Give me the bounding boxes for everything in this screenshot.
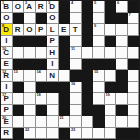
black-cell-r7c7 (70, 70, 82, 82)
black-cell-r6c9 (93, 59, 105, 71)
cell-r6c11[interactable] (116, 59, 128, 71)
black-cell-r6c8 (82, 59, 94, 71)
cell-r9c2[interactable] (13, 93, 25, 105)
cell-r7c5[interactable]: N (47, 70, 59, 82)
black-cell-r4c10 (105, 36, 117, 48)
cell-r10c3[interactable] (24, 105, 36, 117)
cell-r5c3[interactable] (24, 47, 36, 59)
cell-r11c6[interactable]: 21 (59, 116, 71, 128)
cell-r1c4[interactable]: R (36, 1, 48, 13)
cell-r12c9[interactable] (93, 128, 105, 140)
cell-r3c12[interactable] (128, 24, 140, 36)
selected-cell-r3c1[interactable]: 8D (1, 24, 13, 36)
letter: D (47, 1, 58, 12)
black-cell-r4c6 (59, 36, 71, 48)
cell-r9c10[interactable]: 19 (105, 93, 117, 105)
black-cell-r6c6 (59, 59, 71, 71)
cell-r10c5[interactable] (47, 105, 59, 117)
letter: I (1, 36, 12, 47)
cell-r11c5[interactable] (47, 116, 59, 128)
black-cell-r12c11 (116, 128, 128, 140)
black-cell-r10c8 (82, 105, 94, 117)
cell-r4c9[interactable] (93, 36, 105, 48)
cell-r4c11[interactable] (116, 36, 128, 48)
black-cell-r4c2 (13, 36, 25, 48)
cell-r7c2[interactable]: 13 (13, 70, 25, 82)
cell-r1c3[interactable]: 2A (24, 1, 36, 13)
cell-r12c4[interactable] (36, 128, 48, 140)
black-cell-r10c4 (36, 105, 48, 117)
cell-r5c7[interactable]: 11 (70, 47, 82, 59)
black-cell-r4c3 (24, 36, 36, 48)
cell-r1c9[interactable]: 5 (93, 1, 105, 13)
cell-r5c9[interactable] (93, 47, 105, 59)
cell-r3c9[interactable]: 9 (93, 24, 105, 36)
cell-r5c4[interactable] (36, 47, 48, 59)
black-cell-r11c9 (93, 116, 105, 128)
clue-number: 18 (37, 93, 41, 97)
cell-r1c2[interactable]: O (13, 1, 25, 13)
black-cell-r8c6 (59, 82, 71, 94)
black-cell-r1c10 (105, 1, 117, 13)
cell-r11c2[interactable] (13, 116, 25, 128)
letter: O (13, 1, 24, 12)
letter: D (1, 24, 12, 35)
black-cell-r6c4 (36, 59, 48, 71)
black-cell-r9c8 (82, 93, 94, 105)
cell-r11c10[interactable] (105, 116, 117, 128)
crossword-grid: 1BO2AR3D456OO78DROPLET9IP10CH11EI12R1314… (0, 0, 140, 140)
cell-r12c5[interactable] (47, 128, 59, 140)
letter: L (47, 24, 58, 35)
cell-r7c6[interactable] (59, 70, 71, 82)
cell-r7c1[interactable]: 12R (1, 70, 13, 82)
cell-r2c9[interactable] (93, 13, 105, 25)
black-cell-r6c10 (105, 59, 117, 71)
black-cell-r9c6 (59, 93, 71, 105)
cell-r9c11[interactable] (116, 93, 128, 105)
clue-number: 19 (106, 93, 110, 97)
cell-r11c3[interactable] (24, 116, 36, 128)
cell-r8c3[interactable] (24, 82, 36, 94)
cell-r11c11[interactable] (116, 116, 128, 128)
black-cell-r6c12 (128, 59, 140, 71)
cell-r9c9[interactable] (93, 93, 105, 105)
cell-r3c2[interactable]: R (13, 24, 25, 36)
cell-r6c7[interactable] (70, 59, 82, 71)
black-cell-r2c4 (36, 13, 48, 25)
cell-r1c11[interactable]: 6 (116, 1, 128, 13)
letter: R (13, 24, 24, 35)
letter: P (47, 36, 58, 47)
cell-r9c5[interactable] (47, 93, 59, 105)
letter: B (1, 1, 12, 12)
cell-r12c1[interactable]: R (1, 128, 13, 140)
clue-number: 22 (25, 128, 29, 132)
black-cell-r1c6 (59, 1, 71, 13)
cell-r9c12[interactable] (128, 93, 140, 105)
black-cell-r1c12 (128, 1, 140, 13)
letter: T (70, 24, 81, 35)
clue-number: 6 (117, 1, 119, 5)
black-cell-r4c4 (36, 36, 48, 48)
cell-r2c1[interactable]: O (1, 13, 13, 25)
cell-r7c4[interactable]: 14 (36, 70, 48, 82)
cell-r5c12[interactable] (128, 47, 140, 59)
cell-r12c7[interactable]: 23 (70, 128, 82, 140)
cell-r1c7[interactable]: 4 (70, 1, 82, 13)
cell-r9c1[interactable]: 17P (1, 93, 13, 105)
letter: R (36, 1, 47, 12)
letter: I (1, 82, 12, 93)
cell-r3c10[interactable] (105, 24, 117, 36)
cell-r6c1[interactable]: E (1, 59, 13, 71)
cell-r2c7[interactable] (70, 13, 82, 25)
cell-r7c12[interactable] (128, 70, 140, 82)
cell-r7c9[interactable]: 15 (93, 70, 105, 82)
cell-r2c5[interactable]: O (47, 13, 59, 25)
black-cell-r8c10 (105, 82, 117, 94)
cell-r11c8[interactable] (82, 116, 94, 128)
letter: N (47, 70, 58, 81)
cell-r3c11[interactable] (116, 24, 128, 36)
clue-number: 7 (129, 13, 131, 17)
black-cell-r7c8 (82, 70, 94, 82)
cell-r4c7[interactable] (70, 36, 82, 48)
cell-r1c1[interactable]: 1B (1, 1, 13, 13)
cell-r12c10[interactable] (105, 128, 117, 140)
letter: O (1, 13, 12, 24)
black-cell-r10c6 (59, 105, 71, 117)
cell-r8c12[interactable] (128, 82, 140, 94)
cell-r7c10[interactable] (105, 70, 117, 82)
clue-number: 15 (94, 70, 98, 74)
black-cell-r8c5 (47, 82, 59, 94)
cell-r10c1[interactable]: P (1, 105, 13, 117)
black-cell-r8c2 (13, 82, 25, 94)
letter: O (47, 13, 58, 24)
cell-r12c3[interactable]: 22 (24, 128, 36, 140)
cell-r6c5[interactable]: I (47, 59, 59, 71)
cell-r3c4[interactable]: P (36, 24, 48, 36)
clue-number: 5 (94, 1, 96, 5)
clue-number: 21 (60, 116, 64, 120)
black-cell-r12c12 (128, 128, 140, 140)
cell-r8c7[interactable]: 16 (70, 82, 82, 94)
letter: A (24, 1, 35, 12)
black-cell-r4c12 (128, 36, 140, 48)
letter: C (1, 47, 12, 58)
black-cell-r2c2 (13, 13, 25, 25)
cell-r2c3[interactable] (24, 13, 36, 25)
black-cell-r2c10 (105, 13, 117, 25)
letter: O (24, 24, 35, 35)
cell-r8c9[interactable] (93, 82, 105, 94)
clue-number: 4 (71, 1, 73, 5)
letter: P (1, 93, 12, 104)
letter: E (59, 24, 70, 35)
cell-r4c5[interactable]: P (47, 36, 59, 48)
black-cell-r2c8 (82, 13, 94, 25)
cell-r9c3[interactable] (24, 93, 36, 105)
cell-r3c5[interactable]: L (47, 24, 59, 36)
letter: E (1, 59, 12, 70)
letter: R (1, 70, 12, 81)
cell-r2c12[interactable]: 7 (128, 13, 140, 25)
black-cell-r5c6 (59, 47, 71, 59)
cell-r5c8[interactable] (82, 47, 94, 59)
black-cell-r4c8 (82, 36, 94, 48)
black-cell-r7c11 (116, 70, 128, 82)
cell-r11c1[interactable]: 20E (1, 116, 13, 128)
black-cell-r12c2 (13, 128, 25, 140)
cell-r11c12[interactable] (128, 116, 140, 128)
cell-r5c11[interactable] (116, 47, 128, 59)
black-cell-r3c8 (82, 24, 94, 36)
cell-r5c10[interactable] (105, 47, 117, 59)
cell-r9c7[interactable] (70, 93, 82, 105)
letter: R (1, 128, 12, 139)
black-cell-r8c4 (36, 82, 48, 94)
clue-number: 23 (71, 128, 75, 132)
cell-r3c3[interactable]: O (24, 24, 36, 36)
black-cell-r12c6 (59, 128, 71, 140)
cell-r10c12[interactable] (128, 105, 140, 117)
cell-r9c4[interactable]: 18 (36, 93, 48, 105)
black-cell-r6c2 (13, 59, 25, 71)
black-cell-r10c11 (116, 105, 128, 117)
black-cell-r10c2 (13, 105, 25, 117)
letter: H (47, 47, 58, 58)
cell-r4c1[interactable]: I (1, 36, 13, 48)
clue-number: 16 (71, 82, 75, 86)
cell-r5c5[interactable]: H (47, 47, 59, 59)
cell-r1c5[interactable]: 3D (47, 1, 59, 13)
cell-r11c7[interactable] (70, 116, 82, 128)
cell-r7c3[interactable] (24, 70, 36, 82)
clue-number: 13 (14, 70, 18, 74)
black-cell-r2c6 (59, 13, 71, 25)
cell-r10c10[interactable] (105, 105, 117, 117)
clue-number: 14 (37, 70, 41, 74)
black-cell-r10c9 (93, 105, 105, 117)
black-cell-r8c11 (116, 82, 128, 94)
cell-r5c2[interactable] (13, 47, 25, 59)
cell-r12c8[interactable] (82, 128, 94, 140)
letter: E (1, 116, 12, 127)
cell-r3c7[interactable]: T (70, 24, 82, 36)
cell-r5c1[interactable]: 10C (1, 47, 13, 59)
clue-number: 9 (94, 24, 96, 28)
letter: P (1, 105, 12, 116)
cell-r8c1[interactable]: I (1, 82, 13, 94)
black-cell-r2c11 (116, 13, 128, 25)
black-cell-r6c3 (24, 59, 36, 71)
black-cell-r1c8 (82, 1, 94, 13)
clue-number: 11 (71, 47, 75, 51)
letter: P (36, 24, 47, 35)
cell-r11c4[interactable] (36, 116, 48, 128)
cell-r3c6[interactable]: E (59, 24, 71, 36)
black-cell-r8c8 (82, 82, 94, 94)
letter: I (47, 59, 58, 70)
cell-r10c7[interactable] (70, 105, 82, 117)
